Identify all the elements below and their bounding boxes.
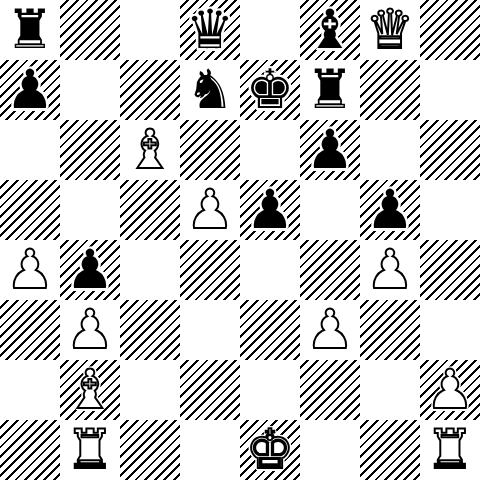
square-h4[interactable] bbox=[420, 240, 480, 300]
black-knight-d7[interactable]: ♞ bbox=[180, 60, 240, 120]
square-e2[interactable] bbox=[240, 360, 300, 420]
square-a3[interactable] bbox=[0, 300, 60, 360]
square-b4[interactable]: ♟ bbox=[60, 240, 120, 300]
square-e5[interactable]: ♟ bbox=[240, 180, 300, 240]
square-g1[interactable] bbox=[360, 420, 420, 480]
square-a7[interactable]: ♟ bbox=[0, 60, 60, 120]
black-queen-d8[interactable]: ♛ bbox=[180, 0, 240, 60]
square-c4[interactable] bbox=[120, 240, 180, 300]
white-pawn-a4[interactable]: ♟ bbox=[0, 240, 60, 300]
square-g3[interactable] bbox=[360, 300, 420, 360]
black-bishop-f8[interactable]: ♝ bbox=[300, 0, 360, 60]
square-b1[interactable]: ♜ bbox=[60, 420, 120, 480]
white-pawn-b3[interactable]: ♟ bbox=[60, 300, 120, 360]
black-pawn-e5[interactable]: ♟ bbox=[240, 180, 300, 240]
square-a4[interactable]: ♟ bbox=[0, 240, 60, 300]
square-e1[interactable]: ♚ bbox=[240, 420, 300, 480]
square-b3[interactable]: ♟ bbox=[60, 300, 120, 360]
white-bishop-c6[interactable]: ♝ bbox=[120, 120, 180, 180]
black-pawn-f6[interactable]: ♟ bbox=[300, 120, 360, 180]
square-g4[interactable]: ♟ bbox=[360, 240, 420, 300]
chessboard: ♜♛♝♛♟♞♚♜♝♟♟♟♟♟♟♟♟♟♝♟♜♚♜ bbox=[0, 0, 480, 480]
square-h5[interactable] bbox=[420, 180, 480, 240]
black-rook-f7[interactable]: ♜ bbox=[300, 60, 360, 120]
square-g6[interactable] bbox=[360, 120, 420, 180]
square-c7[interactable] bbox=[120, 60, 180, 120]
square-c8[interactable] bbox=[120, 0, 180, 60]
square-a1[interactable] bbox=[0, 420, 60, 480]
square-a2[interactable] bbox=[0, 360, 60, 420]
square-f3[interactable]: ♟ bbox=[300, 300, 360, 360]
square-f7[interactable]: ♜ bbox=[300, 60, 360, 120]
white-pawn-g4[interactable]: ♟ bbox=[360, 240, 420, 300]
square-e4[interactable] bbox=[240, 240, 300, 300]
square-a6[interactable] bbox=[0, 120, 60, 180]
square-e3[interactable] bbox=[240, 300, 300, 360]
black-rook-a8[interactable]: ♜ bbox=[0, 0, 60, 60]
square-d2[interactable] bbox=[180, 360, 240, 420]
square-e8[interactable] bbox=[240, 0, 300, 60]
square-b2[interactable]: ♝ bbox=[60, 360, 120, 420]
square-d5[interactable]: ♟ bbox=[180, 180, 240, 240]
white-bishop-b2[interactable]: ♝ bbox=[60, 360, 120, 420]
square-g5[interactable]: ♟ bbox=[360, 180, 420, 240]
square-d4[interactable] bbox=[180, 240, 240, 300]
square-a8[interactable]: ♜ bbox=[0, 0, 60, 60]
white-pawn-d5[interactable]: ♟ bbox=[180, 180, 240, 240]
square-d6[interactable] bbox=[180, 120, 240, 180]
square-c1[interactable] bbox=[120, 420, 180, 480]
white-queen-g8[interactable]: ♛ bbox=[360, 0, 420, 60]
white-rook-h1[interactable]: ♜ bbox=[420, 420, 480, 480]
square-f5[interactable] bbox=[300, 180, 360, 240]
white-king-e1[interactable]: ♚ bbox=[240, 420, 300, 480]
square-f2[interactable] bbox=[300, 360, 360, 420]
chess-diagram: ♜♛♝♛♟♞♚♜♝♟♟♟♟♟♟♟♟♟♝♟♜♚♜ bbox=[0, 0, 480, 480]
square-h2[interactable]: ♟ bbox=[420, 360, 480, 420]
square-b7[interactable] bbox=[60, 60, 120, 120]
white-rook-b1[interactable]: ♜ bbox=[60, 420, 120, 480]
square-g8[interactable]: ♛ bbox=[360, 0, 420, 60]
square-h3[interactable] bbox=[420, 300, 480, 360]
square-c3[interactable] bbox=[120, 300, 180, 360]
square-c6[interactable]: ♝ bbox=[120, 120, 180, 180]
square-d7[interactable]: ♞ bbox=[180, 60, 240, 120]
square-e6[interactable] bbox=[240, 120, 300, 180]
square-h6[interactable] bbox=[420, 120, 480, 180]
square-e7[interactable]: ♚ bbox=[240, 60, 300, 120]
square-b5[interactable] bbox=[60, 180, 120, 240]
square-f8[interactable]: ♝ bbox=[300, 0, 360, 60]
square-g2[interactable] bbox=[360, 360, 420, 420]
square-b6[interactable] bbox=[60, 120, 120, 180]
square-h1[interactable]: ♜ bbox=[420, 420, 480, 480]
square-f4[interactable] bbox=[300, 240, 360, 300]
square-a5[interactable] bbox=[0, 180, 60, 240]
square-b8[interactable] bbox=[60, 0, 120, 60]
square-f6[interactable]: ♟ bbox=[300, 120, 360, 180]
square-h8[interactable] bbox=[420, 0, 480, 60]
square-h7[interactable] bbox=[420, 60, 480, 120]
square-d8[interactable]: ♛ bbox=[180, 0, 240, 60]
square-c2[interactable] bbox=[120, 360, 180, 420]
square-d1[interactable] bbox=[180, 420, 240, 480]
square-d3[interactable] bbox=[180, 300, 240, 360]
white-pawn-h2[interactable]: ♟ bbox=[420, 360, 480, 420]
white-pawn-f3[interactable]: ♟ bbox=[300, 300, 360, 360]
square-c5[interactable] bbox=[120, 180, 180, 240]
square-f1[interactable] bbox=[300, 420, 360, 480]
square-g7[interactable] bbox=[360, 60, 420, 120]
black-pawn-g5[interactable]: ♟ bbox=[360, 180, 420, 240]
black-king-e7[interactable]: ♚ bbox=[240, 60, 300, 120]
black-pawn-a7[interactable]: ♟ bbox=[0, 60, 60, 120]
black-pawn-b4[interactable]: ♟ bbox=[60, 240, 120, 300]
